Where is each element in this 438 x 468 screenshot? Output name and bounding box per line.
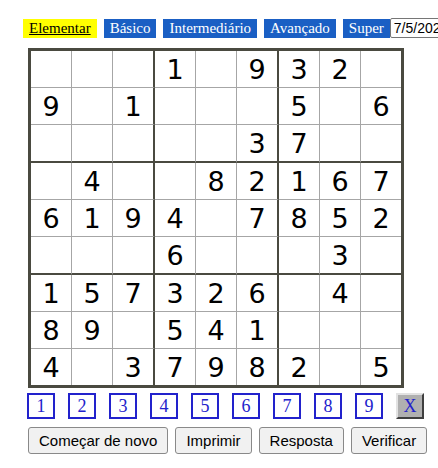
cell-r7c3[interactable]: 7 (113, 275, 155, 312)
cell-r1c6[interactable]: 9 (237, 51, 279, 88)
tab-super[interactable]: Super (343, 19, 390, 38)
cell-r7c1[interactable]: 1 (31, 275, 72, 312)
cell-r5c5[interactable] (196, 200, 237, 237)
cell-r7c2[interactable]: 5 (72, 275, 113, 312)
cell-r3c8[interactable] (320, 125, 361, 163)
board-row-2: 9156 (31, 88, 401, 125)
tab-avancado[interactable]: Avançado (264, 19, 336, 38)
print-button[interactable]: Imprimir (175, 427, 251, 454)
cell-r2c7[interactable]: 5 (279, 88, 320, 125)
cell-r8c2[interactable]: 9 (72, 312, 113, 349)
top-bar: ElementarBásicoIntermediárioAvançadoSupe… (23, 18, 430, 38)
cell-r2c9[interactable]: 6 (361, 88, 401, 125)
cell-r8c8[interactable] (320, 312, 361, 349)
restart-button[interactable]: Começar de novo (28, 427, 168, 454)
cell-r3c7[interactable]: 7 (279, 125, 320, 163)
cell-r3c9[interactable] (361, 125, 401, 163)
cell-r9c4[interactable]: 7 (155, 349, 196, 385)
numpad-8[interactable]: 8 (314, 393, 342, 419)
cell-r4c2[interactable]: 4 (72, 163, 113, 200)
tab-intermediario[interactable]: Intermediário (163, 19, 257, 38)
cell-r3c3[interactable] (113, 125, 155, 163)
cell-r5c3[interactable]: 9 (113, 200, 155, 237)
sudoku-board: 1932915637482167619478526315732648954143… (28, 48, 404, 388)
cell-r5c2[interactable]: 1 (72, 200, 113, 237)
numpad-clear[interactable]: X (396, 393, 424, 419)
cell-r2c3[interactable]: 1 (113, 88, 155, 125)
cell-r4c4[interactable] (155, 163, 196, 200)
cell-r5c9[interactable]: 2 (361, 200, 401, 237)
cell-r4c6[interactable]: 2 (237, 163, 279, 200)
numpad-1[interactable]: 1 (27, 393, 55, 419)
difficulty-tabs: ElementarBásicoIntermediárioAvançadoSupe… (23, 19, 390, 38)
cell-r8c9[interactable] (361, 312, 401, 349)
numpad-2[interactable]: 2 (68, 393, 96, 419)
cell-r3c2[interactable] (72, 125, 113, 163)
cell-r4c8[interactable]: 6 (320, 163, 361, 200)
numpad-5[interactable]: 5 (191, 393, 219, 419)
numpad-3[interactable]: 3 (109, 393, 137, 419)
cell-r6c2[interactable] (72, 237, 113, 275)
cell-r2c6[interactable] (237, 88, 279, 125)
cell-r2c8[interactable] (320, 88, 361, 125)
cell-r6c9[interactable] (361, 237, 401, 275)
cell-r7c7[interactable] (279, 275, 320, 312)
cell-r9c2[interactable] (72, 349, 113, 385)
cell-r1c1[interactable] (31, 51, 72, 88)
cell-r9c7[interactable]: 2 (279, 349, 320, 385)
cell-r8c7[interactable] (279, 312, 320, 349)
cell-r2c1[interactable]: 9 (31, 88, 72, 125)
numpad-7[interactable]: 7 (273, 393, 301, 419)
cell-r7c6[interactable]: 6 (237, 275, 279, 312)
board-row-3: 37 (31, 125, 401, 163)
cell-r5c8[interactable]: 5 (320, 200, 361, 237)
cell-r2c4[interactable] (155, 88, 196, 125)
cell-r3c5[interactable] (196, 125, 237, 163)
cell-r1c3[interactable] (113, 51, 155, 88)
cell-r9c9[interactable]: 5 (361, 349, 401, 385)
check-button[interactable]: Verificar (351, 427, 427, 454)
date-input[interactable] (390, 18, 438, 38)
cell-r9c3[interactable]: 3 (113, 349, 155, 385)
cell-r4c3[interactable] (113, 163, 155, 200)
cell-r5c6[interactable]: 7 (237, 200, 279, 237)
cell-r1c4[interactable]: 1 (155, 51, 196, 88)
cell-r2c5[interactable] (196, 88, 237, 125)
cell-r8c4[interactable]: 5 (155, 312, 196, 349)
cell-r8c5[interactable]: 4 (196, 312, 237, 349)
numpad-4[interactable]: 4 (150, 393, 178, 419)
tab-basico[interactable]: Básico (104, 19, 157, 38)
board-row-7: 1573264 (31, 275, 401, 312)
cell-r3c6[interactable]: 3 (237, 125, 279, 163)
cell-r5c4[interactable]: 4 (155, 200, 196, 237)
board-row-1: 1932 (31, 51, 401, 88)
cell-r1c8[interactable]: 2 (320, 51, 361, 88)
cell-r7c4[interactable]: 3 (155, 275, 196, 312)
cell-r9c5[interactable]: 9 (196, 349, 237, 385)
board-row-5: 61947852 (31, 200, 401, 237)
cell-r5c7[interactable]: 8 (279, 200, 320, 237)
cell-r1c7[interactable]: 3 (279, 51, 320, 88)
action-buttons: Começar de novo Imprimir Resposta Verifi… (28, 427, 438, 454)
cell-r3c4[interactable] (155, 125, 196, 163)
cell-r6c1[interactable] (31, 237, 72, 275)
cell-r9c6[interactable]: 8 (237, 349, 279, 385)
cell-r1c9[interactable] (361, 51, 401, 88)
cell-r8c6[interactable]: 1 (237, 312, 279, 349)
cell-r7c9[interactable] (361, 275, 401, 312)
cell-r9c1[interactable]: 4 (31, 349, 72, 385)
cell-r8c1[interactable]: 8 (31, 312, 72, 349)
cell-r9c8[interactable] (320, 349, 361, 385)
cell-r4c1[interactable] (31, 163, 72, 200)
cell-r1c5[interactable] (196, 51, 237, 88)
cell-r4c7[interactable]: 1 (279, 163, 320, 200)
answer-button[interactable]: Resposta (259, 427, 344, 454)
number-pad: 123456789X (27, 393, 438, 419)
cell-r3c1[interactable] (31, 125, 72, 163)
cell-r7c5[interactable]: 2 (196, 275, 237, 312)
cell-r8c3[interactable] (113, 312, 155, 349)
cell-r4c5[interactable]: 8 (196, 163, 237, 200)
board-row-8: 89541 (31, 312, 401, 349)
cell-r6c6[interactable] (237, 237, 279, 275)
cell-r1c2[interactable] (72, 51, 113, 88)
board-row-4: 482167 (31, 163, 401, 200)
tab-elementar[interactable]: Elementar (23, 19, 97, 38)
cell-r6c8[interactable]: 3 (320, 237, 361, 275)
cell-r6c7[interactable] (279, 237, 320, 275)
cell-r6c4[interactable]: 6 (155, 237, 196, 275)
cell-r4c9[interactable]: 7 (361, 163, 401, 200)
board-row-6: 63 (31, 237, 401, 275)
numpad-9[interactable]: 9 (355, 393, 383, 419)
cell-r6c5[interactable] (196, 237, 237, 275)
cell-r7c8[interactable]: 4 (320, 275, 361, 312)
cell-r2c2[interactable] (72, 88, 113, 125)
cell-r6c3[interactable] (113, 237, 155, 275)
board-row-9: 4379825 (31, 349, 401, 385)
numpad-6[interactable]: 6 (232, 393, 260, 419)
cell-r5c1[interactable]: 6 (31, 200, 72, 237)
